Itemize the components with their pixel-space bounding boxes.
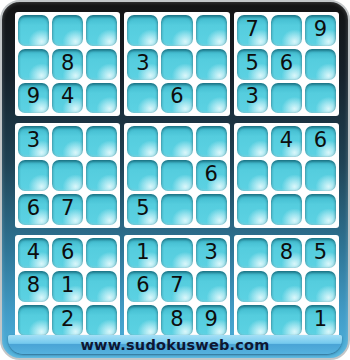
- given-digit: 6: [280, 53, 293, 74]
- cell-r4c5[interactable]: [161, 126, 192, 157]
- cell-r3c2[interactable]: 4: [52, 83, 83, 114]
- cell-r8c6[interactable]: [196, 271, 227, 302]
- cell-r2c5[interactable]: [161, 49, 192, 80]
- cell-r4c7[interactable]: [237, 126, 268, 157]
- cell-r8c8[interactable]: [271, 271, 302, 302]
- given-digit: 1: [61, 275, 74, 296]
- cell-r7c7[interactable]: [237, 238, 268, 269]
- cell-r4c4[interactable]: [127, 126, 158, 157]
- given-digit: 7: [170, 275, 183, 296]
- cell-r8c1[interactable]: 8: [18, 271, 49, 302]
- cell-r4c8[interactable]: 4: [271, 126, 302, 157]
- cell-r3c3[interactable]: [86, 83, 117, 114]
- cell-r2c1[interactable]: [18, 49, 49, 80]
- box-3-3: 851: [234, 235, 339, 339]
- cell-r4c9[interactable]: 6: [305, 126, 336, 157]
- cell-r9c8[interactable]: [271, 305, 302, 336]
- cell-r9c3[interactable]: [86, 305, 117, 336]
- cell-r1c6[interactable]: [196, 15, 227, 46]
- given-digit: 4: [280, 130, 293, 151]
- cell-r2c6[interactable]: [196, 49, 227, 80]
- cell-r1c3[interactable]: [86, 15, 117, 46]
- box-1-1: 894: [15, 12, 120, 116]
- cell-r7c5[interactable]: [161, 238, 192, 269]
- cell-r7c3[interactable]: [86, 238, 117, 269]
- cell-r4c3[interactable]: [86, 126, 117, 157]
- box-3-1: 46812: [15, 235, 120, 339]
- given-digit: 5: [246, 53, 259, 74]
- cell-r3c1[interactable]: 9: [18, 83, 49, 114]
- cell-r5c2[interactable]: [52, 160, 83, 191]
- cell-r1c9[interactable]: 9: [305, 15, 336, 46]
- cell-r9c9[interactable]: 1: [305, 305, 336, 336]
- box-2-2: 65: [124, 123, 229, 227]
- cell-r1c1[interactable]: [18, 15, 49, 46]
- cell-r7c4[interactable]: 1: [127, 238, 158, 269]
- cell-r3c6[interactable]: [196, 83, 227, 114]
- sudoku-widget: 8943679563367654646812136789851 www.sudo…: [0, 0, 350, 360]
- given-digit: 9: [314, 19, 327, 40]
- cell-r5c3[interactable]: [86, 160, 117, 191]
- cell-r8c3[interactable]: [86, 271, 117, 302]
- cell-r1c8[interactable]: [271, 15, 302, 46]
- cell-r8c9[interactable]: [305, 271, 336, 302]
- cell-r3c5[interactable]: 6: [161, 83, 192, 114]
- given-digit: 8: [170, 309, 183, 330]
- given-digit: 8: [280, 242, 293, 263]
- given-digit: 5: [314, 242, 327, 263]
- given-digit: 4: [27, 242, 40, 263]
- given-digit: 8: [27, 275, 40, 296]
- cell-r6c3[interactable]: [86, 194, 117, 225]
- given-digit: 7: [61, 198, 74, 219]
- footer-bar: www.sudokusweb.com: [8, 335, 342, 354]
- cell-r5c7[interactable]: [237, 160, 268, 191]
- cell-r6c5[interactable]: [161, 194, 192, 225]
- cell-r1c7[interactable]: 7: [237, 15, 268, 46]
- cell-r5c4[interactable]: [127, 160, 158, 191]
- cell-r6c7[interactable]: [237, 194, 268, 225]
- given-digit: 1: [314, 309, 327, 330]
- box-2-1: 367: [15, 123, 120, 227]
- cell-r6c1[interactable]: 6: [18, 194, 49, 225]
- box-1-2: 36: [124, 12, 229, 116]
- cell-r2c7[interactable]: 5: [237, 49, 268, 80]
- cell-r3c4[interactable]: [127, 83, 158, 114]
- cell-r8c7[interactable]: [237, 271, 268, 302]
- cell-r7c1[interactable]: 4: [18, 238, 49, 269]
- board-frame: 8943679563367654646812136789851 www.sudo…: [0, 0, 350, 360]
- cell-r5c1[interactable]: [18, 160, 49, 191]
- website-link[interactable]: www.sudokusweb.com: [80, 337, 269, 353]
- cell-r5c8[interactable]: [271, 160, 302, 191]
- given-digit: 6: [204, 164, 217, 185]
- given-digit: 1: [136, 242, 149, 263]
- given-digit: 8: [61, 53, 74, 74]
- cell-r7c6[interactable]: 3: [196, 238, 227, 269]
- cell-r4c1[interactable]: 3: [18, 126, 49, 157]
- cell-r9c2[interactable]: 2: [52, 305, 83, 336]
- cell-r4c2[interactable]: [52, 126, 83, 157]
- cell-r8c4[interactable]: 6: [127, 271, 158, 302]
- given-digit: 3: [246, 86, 259, 107]
- cell-r8c5[interactable]: 7: [161, 271, 192, 302]
- cell-r2c2[interactable]: 8: [52, 49, 83, 80]
- cell-r6c2[interactable]: 7: [52, 194, 83, 225]
- box-1-3: 79563: [234, 12, 339, 116]
- given-digit: 6: [27, 198, 40, 219]
- cell-r3c9[interactable]: [305, 83, 336, 114]
- box-2-3: 46: [234, 123, 339, 227]
- given-digit: 4: [61, 86, 74, 107]
- cell-r3c8[interactable]: [271, 83, 302, 114]
- cell-r9c5[interactable]: 8: [161, 305, 192, 336]
- cell-r9c6[interactable]: 9: [196, 305, 227, 336]
- cell-r7c9[interactable]: 5: [305, 238, 336, 269]
- cell-r1c2[interactable]: [52, 15, 83, 46]
- cell-r2c8[interactable]: 6: [271, 49, 302, 80]
- given-digit: 6: [314, 130, 327, 151]
- given-digit: 3: [27, 130, 40, 151]
- cell-r8c2[interactable]: 1: [52, 271, 83, 302]
- cell-r6c6[interactable]: [196, 194, 227, 225]
- cell-r6c4[interactable]: 5: [127, 194, 158, 225]
- cell-r5c9[interactable]: [305, 160, 336, 191]
- given-digit: 2: [61, 309, 74, 330]
- cell-r3c7[interactable]: 3: [237, 83, 268, 114]
- cell-r7c8[interactable]: 8: [271, 238, 302, 269]
- given-digit: 6: [136, 275, 149, 296]
- given-digit: 5: [136, 198, 149, 219]
- cell-r5c5[interactable]: [161, 160, 192, 191]
- given-digit: 9: [204, 309, 217, 330]
- cell-r7c2[interactable]: 6: [52, 238, 83, 269]
- cell-r6c8[interactable]: [271, 194, 302, 225]
- cell-r9c1[interactable]: [18, 305, 49, 336]
- cell-r5c6[interactable]: 6: [196, 160, 227, 191]
- cell-r1c4[interactable]: [127, 15, 158, 46]
- cell-r4c6[interactable]: [196, 126, 227, 157]
- cell-r9c7[interactable]: [237, 305, 268, 336]
- given-digit: 9: [27, 86, 40, 107]
- cell-r2c4[interactable]: 3: [127, 49, 158, 80]
- given-digit: 6: [170, 86, 183, 107]
- given-digit: 3: [204, 242, 217, 263]
- cell-r9c4[interactable]: [127, 305, 158, 336]
- given-digit: 6: [61, 242, 74, 263]
- given-digit: 3: [136, 53, 149, 74]
- cell-r6c9[interactable]: [305, 194, 336, 225]
- cell-r2c9[interactable]: [305, 49, 336, 80]
- cell-r2c3[interactable]: [86, 49, 117, 80]
- box-3-2: 136789: [124, 235, 229, 339]
- cell-r1c5[interactable]: [161, 15, 192, 46]
- sudoku-board: 8943679563367654646812136789851: [15, 12, 339, 339]
- given-digit: 7: [246, 19, 259, 40]
